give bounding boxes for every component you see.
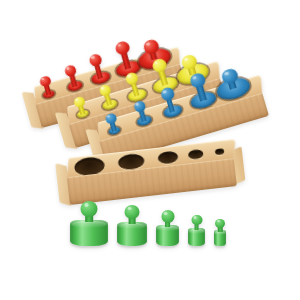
cylinder-body: [156, 225, 179, 246]
knob-ball: [72, 95, 85, 108]
green-cylinder-row: [70, 200, 226, 246]
knob-ball: [215, 219, 225, 229]
knob-ball: [81, 201, 98, 217]
knob-ball: [125, 205, 140, 219]
knob-ball: [88, 53, 103, 68]
knob-ball: [113, 40, 130, 57]
product-photo: [0, 0, 300, 300]
empty-socket-3: [157, 151, 178, 165]
green-knobbed-cylinder-1: [70, 201, 108, 246]
green-knobbed-cylinder-3: [156, 210, 179, 246]
green-knobbed-cylinder-5: [214, 218, 226, 246]
knob-ball: [191, 215, 202, 225]
empty-socket-5: [215, 148, 225, 155]
knob-ball: [63, 64, 77, 78]
knob-ball: [39, 75, 52, 87]
cylinder-body: [188, 228, 205, 246]
green-knobbed-cylinder-4: [188, 215, 205, 246]
cylinder-body: [214, 230, 226, 246]
cylinder-body: [117, 222, 147, 246]
cylinder-body: [70, 220, 108, 246]
empty-socket-4: [188, 149, 204, 160]
knob-ball: [161, 210, 174, 222]
green-knobbed-cylinder-2: [117, 204, 147, 246]
